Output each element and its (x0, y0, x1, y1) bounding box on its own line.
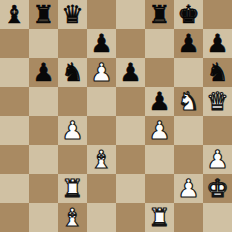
square-h7[interactable]: ♟ (203, 29, 232, 58)
piece-black-rook[interactable]: ♜ (148, 0, 170, 29)
square-h1[interactable] (203, 203, 232, 232)
square-e6[interactable]: ♟ (116, 58, 145, 87)
piece-white-pawn[interactable]: ♟ (177, 174, 199, 203)
square-h8[interactable] (203, 0, 232, 29)
piece-white-rook[interactable]: ♜ (61, 174, 83, 203)
square-e4[interactable] (116, 116, 145, 145)
square-c2[interactable]: ♜ (58, 174, 87, 203)
piece-white-pawn[interactable]: ♟ (61, 116, 83, 145)
square-h4[interactable] (203, 116, 232, 145)
square-h5[interactable]: ♛ (203, 87, 232, 116)
square-f3[interactable] (145, 145, 174, 174)
piece-white-queen[interactable]: ♛ (206, 87, 228, 116)
square-e5[interactable] (116, 87, 145, 116)
square-g4[interactable] (174, 116, 203, 145)
piece-black-pawn[interactable]: ♟ (119, 58, 141, 87)
square-g7[interactable]: ♟ (174, 29, 203, 58)
square-f8[interactable]: ♜ (145, 0, 174, 29)
square-d5[interactable] (87, 87, 116, 116)
square-b2[interactable] (29, 174, 58, 203)
square-h6[interactable]: ♞ (203, 58, 232, 87)
square-d6[interactable]: ♟ (87, 58, 116, 87)
piece-white-pawn[interactable]: ♟ (90, 58, 112, 87)
piece-black-pawn[interactable]: ♟ (177, 29, 199, 58)
square-b8[interactable]: ♜ (29, 0, 58, 29)
chess-board: ♝♜♛♜♚♟♟♟♟♞♟♟♞♟♞♛♟♟♝♟♜♟♚♝♜ (0, 0, 232, 232)
square-f4[interactable]: ♟ (145, 116, 174, 145)
square-f1[interactable]: ♜ (145, 203, 174, 232)
square-h3[interactable]: ♟ (203, 145, 232, 174)
square-a8[interactable]: ♝ (0, 0, 29, 29)
piece-black-king[interactable]: ♚ (177, 0, 199, 29)
piece-white-rook[interactable]: ♜ (148, 203, 170, 232)
square-d8[interactable] (87, 0, 116, 29)
square-e1[interactable] (116, 203, 145, 232)
square-b1[interactable] (29, 203, 58, 232)
square-f6[interactable] (145, 58, 174, 87)
square-e7[interactable] (116, 29, 145, 58)
square-a1[interactable] (0, 203, 29, 232)
piece-white-bishop[interactable]: ♝ (90, 145, 112, 174)
square-a3[interactable] (0, 145, 29, 174)
square-a4[interactable] (0, 116, 29, 145)
piece-black-pawn[interactable]: ♟ (206, 29, 228, 58)
square-b7[interactable] (29, 29, 58, 58)
piece-white-pawn[interactable]: ♟ (148, 116, 170, 145)
square-d3[interactable]: ♝ (87, 145, 116, 174)
square-f2[interactable] (145, 174, 174, 203)
square-h2[interactable]: ♚ (203, 174, 232, 203)
piece-white-pawn[interactable]: ♟ (206, 145, 228, 174)
square-d1[interactable] (87, 203, 116, 232)
square-e3[interactable] (116, 145, 145, 174)
square-g3[interactable] (174, 145, 203, 174)
square-a5[interactable] (0, 87, 29, 116)
square-g1[interactable] (174, 203, 203, 232)
square-d7[interactable]: ♟ (87, 29, 116, 58)
piece-white-knight[interactable]: ♞ (177, 87, 199, 116)
square-b3[interactable] (29, 145, 58, 174)
square-b6[interactable]: ♟ (29, 58, 58, 87)
square-c7[interactable] (58, 29, 87, 58)
piece-black-bishop[interactable]: ♝ (3, 0, 25, 29)
square-c8[interactable]: ♛ (58, 0, 87, 29)
square-e2[interactable] (116, 174, 145, 203)
piece-black-rook[interactable]: ♜ (32, 0, 54, 29)
square-c5[interactable] (58, 87, 87, 116)
square-g8[interactable]: ♚ (174, 0, 203, 29)
square-f5[interactable]: ♟ (145, 87, 174, 116)
square-f7[interactable] (145, 29, 174, 58)
square-b5[interactable] (29, 87, 58, 116)
piece-white-king[interactable]: ♚ (206, 174, 228, 203)
square-g6[interactable] (174, 58, 203, 87)
square-e8[interactable] (116, 0, 145, 29)
square-b4[interactable] (29, 116, 58, 145)
piece-black-pawn[interactable]: ♟ (90, 29, 112, 58)
square-c6[interactable]: ♞ (58, 58, 87, 87)
piece-black-knight[interactable]: ♞ (206, 58, 228, 87)
piece-white-bishop[interactable]: ♝ (61, 203, 83, 232)
square-d2[interactable] (87, 174, 116, 203)
square-c4[interactable]: ♟ (58, 116, 87, 145)
square-c3[interactable] (58, 145, 87, 174)
piece-black-knight[interactable]: ♞ (61, 58, 83, 87)
piece-black-pawn[interactable]: ♟ (32, 58, 54, 87)
square-c1[interactable]: ♝ (58, 203, 87, 232)
square-g5[interactable]: ♞ (174, 87, 203, 116)
square-g2[interactable]: ♟ (174, 174, 203, 203)
piece-black-pawn[interactable]: ♟ (148, 87, 170, 116)
square-a6[interactable] (0, 58, 29, 87)
square-d4[interactable] (87, 116, 116, 145)
square-a2[interactable] (0, 174, 29, 203)
square-a7[interactable] (0, 29, 29, 58)
piece-black-queen[interactable]: ♛ (61, 0, 83, 29)
